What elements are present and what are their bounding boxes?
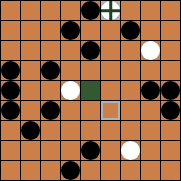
cell-r7c2[interactable]: [21, 121, 40, 140]
cell-r8c4[interactable]: [61, 141, 80, 160]
cell-r4c3[interactable]: [41, 61, 60, 80]
cell-r5c9[interactable]: [161, 81, 180, 100]
cell-r1c4[interactable]: [61, 1, 80, 20]
cell-r2c5[interactable]: [81, 21, 100, 40]
white-defender-stone[interactable]: [61, 81, 80, 100]
cell-r2c9[interactable]: [161, 21, 180, 40]
cell-r3c8[interactable]: [141, 41, 160, 60]
cell-r9c3[interactable]: [41, 161, 60, 180]
cell-r7c4[interactable]: [61, 121, 80, 140]
cell-r3c6[interactable]: [101, 41, 120, 60]
cell-r4c5[interactable]: [81, 61, 100, 80]
black-attacker-stone[interactable]: [121, 21, 140, 40]
cell-r6c4[interactable]: [61, 101, 80, 120]
cell-r3c4[interactable]: [61, 41, 80, 60]
cell-r4c6[interactable]: [101, 61, 120, 80]
last-move-highlight-cell-r1c6[interactable]: [101, 1, 120, 20]
cell-r7c7[interactable]: [121, 121, 140, 140]
cell-r9c4[interactable]: [61, 161, 80, 180]
cell-r3c2[interactable]: [21, 41, 40, 60]
black-attacker-stone[interactable]: [1, 81, 20, 100]
black-attacker-stone[interactable]: [41, 61, 60, 80]
throne-cell[interactable]: [81, 81, 100, 100]
cell-r3c7[interactable]: [121, 41, 140, 60]
cell-r2c3[interactable]: [41, 21, 60, 40]
cell-r3c1[interactable]: [1, 41, 20, 60]
cell-r6c8[interactable]: [141, 101, 160, 120]
cell-r6c3[interactable]: [41, 101, 60, 120]
black-attacker-stone[interactable]: [161, 101, 180, 120]
cell-r6c1[interactable]: [1, 101, 20, 120]
cell-r7c1[interactable]: [1, 121, 20, 140]
cell-r9c8[interactable]: [141, 161, 160, 180]
black-attacker-stone[interactable]: [21, 121, 40, 140]
cell-r1c2[interactable]: [21, 1, 40, 20]
black-attacker-stone[interactable]: [81, 1, 100, 20]
black-attacker-stone[interactable]: [81, 41, 100, 60]
cell-r4c7[interactable]: [121, 61, 140, 80]
cell-r5c8[interactable]: [141, 81, 160, 100]
last-move-highlight-cell-r6c6[interactable]: [101, 101, 120, 120]
cell-r2c2[interactable]: [21, 21, 40, 40]
cell-r3c9[interactable]: [161, 41, 180, 60]
cell-r5c3[interactable]: [41, 81, 60, 100]
cell-r5c4[interactable]: [61, 81, 80, 100]
cell-r5c7[interactable]: [121, 81, 140, 100]
cell-r7c8[interactable]: [141, 121, 160, 140]
black-attacker-stone[interactable]: [61, 161, 80, 180]
cell-r4c9[interactable]: [161, 61, 180, 80]
black-attacker-stone[interactable]: [1, 61, 20, 80]
cell-r9c7[interactable]: [121, 161, 140, 180]
cell-r9c6[interactable]: [101, 161, 120, 180]
cell-r3c5[interactable]: [81, 41, 100, 60]
cell-r5c2[interactable]: [21, 81, 40, 100]
cell-r6c2[interactable]: [21, 101, 40, 120]
black-attacker-stone[interactable]: [141, 81, 160, 100]
cell-r7c5[interactable]: [81, 121, 100, 140]
cell-r7c3[interactable]: [41, 121, 60, 140]
cell-r8c7[interactable]: [121, 141, 140, 160]
cell-r7c6[interactable]: [101, 121, 120, 140]
cell-r5c6[interactable]: [101, 81, 120, 100]
cell-r4c1[interactable]: [1, 61, 20, 80]
cell-r4c8[interactable]: [141, 61, 160, 80]
cell-r6c7[interactable]: [121, 101, 140, 120]
cell-r2c8[interactable]: [141, 21, 160, 40]
cell-r9c2[interactable]: [21, 161, 40, 180]
black-attacker-stone[interactable]: [161, 81, 180, 100]
king-cross-icon: [101, 9, 120, 13]
cell-r6c5[interactable]: [81, 101, 100, 120]
black-attacker-stone[interactable]: [1, 101, 20, 120]
cell-r2c7[interactable]: [121, 21, 140, 40]
cell-r2c4[interactable]: [61, 21, 80, 40]
cell-r9c9[interactable]: [161, 161, 180, 180]
cell-r9c1[interactable]: [1, 161, 20, 180]
white-king-piece[interactable]: [101, 1, 120, 20]
cell-r4c4[interactable]: [61, 61, 80, 80]
cell-r3c3[interactable]: [41, 41, 60, 60]
cell-r2c1[interactable]: [1, 21, 20, 40]
cell-r8c1[interactable]: [1, 141, 20, 160]
cell-r6c9[interactable]: [161, 101, 180, 120]
cell-r8c3[interactable]: [41, 141, 60, 160]
cell-r4c2[interactable]: [21, 61, 40, 80]
cell-r9c5[interactable]: [81, 161, 100, 180]
black-attacker-stone[interactable]: [41, 101, 60, 120]
cell-r1c1[interactable]: [1, 1, 20, 20]
cell-r8c2[interactable]: [21, 141, 40, 160]
black-attacker-stone[interactable]: [61, 21, 80, 40]
cell-r8c8[interactable]: [141, 141, 160, 160]
cell-r2c6[interactable]: [101, 21, 120, 40]
cell-r7c9[interactable]: [161, 121, 180, 140]
cell-r1c9[interactable]: [161, 1, 180, 20]
cell-r1c5[interactable]: [81, 1, 100, 20]
black-attacker-stone[interactable]: [81, 141, 100, 160]
white-defender-stone[interactable]: [141, 41, 160, 60]
cell-r8c9[interactable]: [161, 141, 180, 160]
cell-r1c3[interactable]: [41, 1, 60, 20]
cell-r1c7[interactable]: [121, 1, 140, 20]
cell-r1c8[interactable]: [141, 1, 160, 20]
board: [0, 0, 181, 181]
cell-r8c6[interactable]: [101, 141, 120, 160]
cell-r5c1[interactable]: [1, 81, 20, 100]
white-defender-stone[interactable]: [121, 141, 140, 160]
cell-r8c5[interactable]: [81, 141, 100, 160]
